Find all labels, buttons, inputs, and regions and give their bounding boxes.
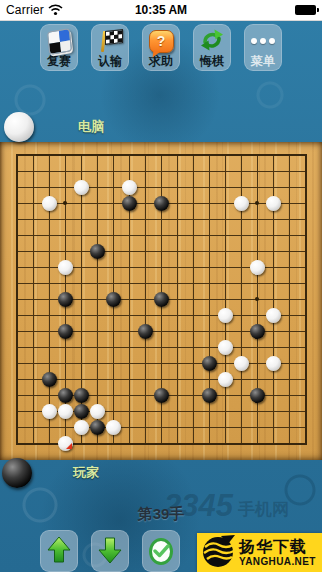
board-intersection[interactable] [297, 355, 313, 371]
board-intersection[interactable] [201, 403, 217, 419]
board-intersection[interactable] [249, 387, 265, 403]
board-intersection[interactable] [57, 243, 73, 259]
board-intersection[interactable] [233, 195, 249, 211]
board-intersection[interactable] [9, 355, 25, 371]
board-intersection[interactable] [265, 275, 281, 291]
board-intersection[interactable] [297, 195, 313, 211]
board-intersection[interactable] [233, 147, 249, 163]
board-intersection[interactable] [297, 291, 313, 307]
board-intersection[interactable] [217, 195, 233, 211]
board-intersection[interactable] [105, 291, 121, 307]
board-intersection[interactable] [185, 291, 201, 307]
board-intersection[interactable] [105, 339, 121, 355]
board-intersection[interactable] [169, 339, 185, 355]
board-intersection[interactable] [73, 435, 89, 451]
board-intersection[interactable] [41, 355, 57, 371]
board-intersection[interactable] [281, 227, 297, 243]
board-intersection[interactable] [73, 307, 89, 323]
board-intersection[interactable] [137, 419, 153, 435]
board-intersection[interactable] [137, 339, 153, 355]
board-intersection[interactable] [249, 339, 265, 355]
board-intersection[interactable] [201, 387, 217, 403]
board-intersection[interactable] [73, 243, 89, 259]
board-intersection[interactable] [25, 435, 41, 451]
board-intersection[interactable] [169, 147, 185, 163]
board-intersection[interactable] [297, 339, 313, 355]
board-intersection[interactable] [73, 195, 89, 211]
board-intersection[interactable] [25, 179, 41, 195]
board-intersection[interactable] [201, 355, 217, 371]
board-intersection[interactable] [169, 243, 185, 259]
board-intersection[interactable] [281, 403, 297, 419]
board-intersection[interactable] [137, 435, 153, 451]
board-intersection[interactable] [185, 163, 201, 179]
board-intersection[interactable] [201, 163, 217, 179]
board-intersection[interactable] [73, 355, 89, 371]
board-intersection[interactable] [249, 403, 265, 419]
board-intersection[interactable] [217, 339, 233, 355]
board-intersection[interactable] [201, 371, 217, 387]
board-intersection[interactable] [25, 323, 41, 339]
board-intersection[interactable] [153, 323, 169, 339]
board-intersection[interactable] [233, 259, 249, 275]
board-intersection[interactable] [249, 227, 265, 243]
board-intersection[interactable] [25, 163, 41, 179]
board-intersection[interactable] [169, 179, 185, 195]
board-intersection[interactable] [73, 387, 89, 403]
board-intersection[interactable] [9, 403, 25, 419]
board-intersection[interactable] [281, 387, 297, 403]
board-intersection[interactable] [41, 147, 57, 163]
board-intersection[interactable] [217, 275, 233, 291]
board-intersection[interactable] [137, 163, 153, 179]
board-intersection[interactable] [137, 403, 153, 419]
board-intersection[interactable] [89, 307, 105, 323]
board-intersection[interactable] [89, 419, 105, 435]
board-intersection[interactable] [25, 227, 41, 243]
board-intersection[interactable] [185, 179, 201, 195]
board-intersection[interactable] [185, 211, 201, 227]
board-intersection[interactable] [233, 243, 249, 259]
board-intersection[interactable] [297, 419, 313, 435]
board-intersection[interactable] [9, 387, 25, 403]
board-intersection[interactable] [121, 179, 137, 195]
board-intersection[interactable] [297, 243, 313, 259]
board-intersection[interactable] [41, 211, 57, 227]
board-intersection[interactable] [89, 259, 105, 275]
board-intersection[interactable] [153, 211, 169, 227]
board-intersection[interactable] [73, 259, 89, 275]
board-intersection[interactable] [9, 307, 25, 323]
board-intersection[interactable] [25, 291, 41, 307]
board-intersection[interactable] [89, 211, 105, 227]
board-intersection[interactable] [265, 403, 281, 419]
board-intersection[interactable] [297, 179, 313, 195]
board-intersection[interactable] [9, 323, 25, 339]
board-intersection[interactable] [9, 339, 25, 355]
board-intersection[interactable] [281, 339, 297, 355]
board-intersection[interactable] [57, 275, 73, 291]
board-intersection[interactable] [153, 179, 169, 195]
board-intersection[interactable] [89, 275, 105, 291]
board-intersection[interactable] [233, 403, 249, 419]
board-intersection[interactable] [249, 355, 265, 371]
board-intersection[interactable] [25, 147, 41, 163]
board-intersection[interactable] [169, 403, 185, 419]
board-intersection[interactable] [153, 419, 169, 435]
board-intersection[interactable] [137, 211, 153, 227]
board-intersection[interactable] [121, 259, 137, 275]
board-intersection[interactable] [249, 243, 265, 259]
board-intersection[interactable] [137, 387, 153, 403]
board-intersection[interactable] [297, 435, 313, 451]
board-intersection[interactable] [41, 323, 57, 339]
board-intersection[interactable] [169, 307, 185, 323]
board-intersection[interactable] [105, 371, 121, 387]
board-intersection[interactable] [233, 339, 249, 355]
board-intersection[interactable] [265, 323, 281, 339]
board-intersection[interactable] [265, 371, 281, 387]
board-intersection[interactable] [25, 355, 41, 371]
board-intersection[interactable] [89, 387, 105, 403]
board-intersection[interactable] [169, 419, 185, 435]
board-intersection[interactable] [265, 195, 281, 211]
board-intersection[interactable] [153, 259, 169, 275]
board-intersection[interactable] [233, 227, 249, 243]
board-intersection[interactable] [297, 147, 313, 163]
board-intersection[interactable] [73, 179, 89, 195]
board-intersection[interactable] [57, 339, 73, 355]
board-intersection[interactable] [249, 323, 265, 339]
board-intersection[interactable] [137, 243, 153, 259]
board-intersection[interactable] [201, 147, 217, 163]
board-intersection[interactable] [73, 403, 89, 419]
board-intersection[interactable] [105, 419, 121, 435]
board-intersection[interactable] [201, 179, 217, 195]
board-intersection[interactable] [281, 371, 297, 387]
board-intersection[interactable] [105, 195, 121, 211]
board-intersection[interactable] [41, 179, 57, 195]
board-intersection[interactable] [121, 371, 137, 387]
board-intersection[interactable] [281, 259, 297, 275]
board-intersection[interactable] [9, 147, 25, 163]
board-intersection[interactable] [217, 387, 233, 403]
board-intersection[interactable] [281, 211, 297, 227]
board-intersection[interactable] [57, 291, 73, 307]
board-intersection[interactable] [249, 147, 265, 163]
board-intersection[interactable] [201, 291, 217, 307]
board-intersection[interactable] [185, 259, 201, 275]
board-intersection[interactable] [233, 179, 249, 195]
board-intersection[interactable] [265, 147, 281, 163]
board-intersection[interactable] [169, 291, 185, 307]
board-intersection[interactable] [265, 307, 281, 323]
board-intersection[interactable] [41, 259, 57, 275]
board-intersection[interactable] [9, 259, 25, 275]
board-intersection[interactable] [185, 371, 201, 387]
board-intersection[interactable] [9, 179, 25, 195]
board-intersection[interactable] [281, 179, 297, 195]
board-intersection[interactable] [281, 419, 297, 435]
board-intersection[interactable] [153, 227, 169, 243]
board-intersection[interactable] [89, 243, 105, 259]
board-intersection[interactable] [265, 243, 281, 259]
board-intersection[interactable] [41, 387, 57, 403]
board-intersection[interactable] [281, 147, 297, 163]
board-intersection[interactable] [121, 355, 137, 371]
board-intersection[interactable] [217, 371, 233, 387]
board-intersection[interactable] [265, 387, 281, 403]
board-intersection[interactable] [73, 211, 89, 227]
board-intersection[interactable] [25, 339, 41, 355]
board-intersection[interactable] [121, 163, 137, 179]
board-intersection[interactable] [281, 323, 297, 339]
board-intersection[interactable] [201, 323, 217, 339]
board-intersection[interactable] [25, 403, 41, 419]
board-intersection[interactable] [73, 163, 89, 179]
board-intersection[interactable] [153, 339, 169, 355]
board-intersection[interactable] [249, 371, 265, 387]
board-intersection[interactable] [233, 163, 249, 179]
board-intersection[interactable] [25, 419, 41, 435]
board-intersection[interactable] [201, 419, 217, 435]
board-intersection[interactable] [9, 243, 25, 259]
board-intersection[interactable] [265, 227, 281, 243]
board-intersection[interactable] [73, 275, 89, 291]
board-intersection[interactable] [57, 307, 73, 323]
board-intersection[interactable] [57, 163, 73, 179]
board-intersection[interactable] [169, 227, 185, 243]
board-intersection[interactable] [121, 435, 137, 451]
board-intersection[interactable] [137, 355, 153, 371]
board-intersection[interactable] [185, 435, 201, 451]
board-intersection[interactable] [233, 307, 249, 323]
board-intersection[interactable] [9, 435, 25, 451]
previous-move-button[interactable] [40, 530, 78, 572]
board-intersection[interactable] [89, 435, 105, 451]
board-intersection[interactable] [57, 355, 73, 371]
board-intersection[interactable] [137, 227, 153, 243]
board-intersection[interactable] [217, 163, 233, 179]
board-intersection[interactable] [217, 243, 233, 259]
board-intersection[interactable] [297, 163, 313, 179]
next-move-button[interactable] [91, 530, 129, 572]
board-intersection[interactable] [281, 307, 297, 323]
board-intersection[interactable] [73, 371, 89, 387]
board-intersection[interactable] [169, 323, 185, 339]
board-intersection[interactable] [233, 371, 249, 387]
board-intersection[interactable] [249, 419, 265, 435]
board-intersection[interactable] [201, 227, 217, 243]
board-intersection[interactable] [153, 291, 169, 307]
board-intersection[interactable] [297, 387, 313, 403]
board-intersection[interactable] [185, 307, 201, 323]
board-intersection[interactable] [137, 307, 153, 323]
board-intersection[interactable] [105, 323, 121, 339]
board-intersection[interactable] [217, 179, 233, 195]
board-intersection[interactable] [297, 227, 313, 243]
board-intersection[interactable] [153, 275, 169, 291]
board-intersection[interactable] [121, 211, 137, 227]
toolbar-button-2[interactable]: 认输 [91, 24, 129, 71]
board-intersection[interactable] [57, 227, 73, 243]
board-intersection[interactable] [41, 419, 57, 435]
toolbar-button-1[interactable]: 复赛 [40, 24, 78, 71]
board-intersection[interactable] [25, 275, 41, 291]
board-intersection[interactable] [41, 243, 57, 259]
board-intersection[interactable] [57, 419, 73, 435]
board-intersection[interactable] [169, 387, 185, 403]
board-intersection[interactable] [89, 195, 105, 211]
board-intersection[interactable] [217, 355, 233, 371]
board-intersection[interactable] [41, 403, 57, 419]
board-intersection[interactable] [121, 195, 137, 211]
board-intersection[interactable] [249, 179, 265, 195]
board-intersection[interactable] [121, 307, 137, 323]
board-intersection[interactable] [297, 403, 313, 419]
board-intersection[interactable] [169, 259, 185, 275]
board-intersection[interactable] [9, 275, 25, 291]
board-intersection[interactable] [57, 195, 73, 211]
board-intersection[interactable] [249, 291, 265, 307]
board-intersection[interactable] [57, 211, 73, 227]
board-intersection[interactable] [249, 275, 265, 291]
board-intersection[interactable] [217, 307, 233, 323]
board-intersection[interactable] [121, 147, 137, 163]
board-intersection[interactable] [217, 419, 233, 435]
board-intersection[interactable] [121, 243, 137, 259]
board-intersection[interactable] [89, 227, 105, 243]
board-intersection[interactable] [105, 163, 121, 179]
board-intersection[interactable] [169, 355, 185, 371]
board-intersection[interactable] [89, 323, 105, 339]
board-intersection[interactable] [249, 195, 265, 211]
board-intersection[interactable] [105, 211, 121, 227]
board-intersection[interactable] [297, 323, 313, 339]
board-intersection[interactable] [105, 355, 121, 371]
board-intersection[interactable] [185, 419, 201, 435]
board-intersection[interactable] [41, 227, 57, 243]
board-intersection[interactable] [41, 275, 57, 291]
toolbar-button-4[interactable]: 悔棋 [193, 24, 231, 71]
board-intersection[interactable] [121, 419, 137, 435]
board-intersection[interactable] [201, 435, 217, 451]
board-intersection[interactable] [217, 211, 233, 227]
board-intersection[interactable] [41, 163, 57, 179]
board-intersection[interactable] [57, 259, 73, 275]
board-intersection[interactable] [281, 275, 297, 291]
board-intersection[interactable] [281, 243, 297, 259]
board-intersection[interactable] [153, 355, 169, 371]
board-intersection[interactable] [121, 227, 137, 243]
board-intersection[interactable] [41, 291, 57, 307]
board-intersection[interactable] [185, 243, 201, 259]
board-intersection[interactable] [41, 307, 57, 323]
board-intersection[interactable] [249, 307, 265, 323]
board-intersection[interactable] [233, 211, 249, 227]
board-intersection[interactable] [217, 227, 233, 243]
board-intersection[interactable] [169, 211, 185, 227]
board-intersection[interactable] [89, 403, 105, 419]
board-intersection[interactable] [169, 371, 185, 387]
board-intersection[interactable] [73, 227, 89, 243]
board-intersection[interactable] [217, 259, 233, 275]
board-intersection[interactable] [153, 435, 169, 451]
board-intersection[interactable] [265, 163, 281, 179]
board-intersection[interactable] [41, 371, 57, 387]
board-intersection[interactable] [121, 275, 137, 291]
board-intersection[interactable] [25, 307, 41, 323]
board-intersection[interactable] [121, 339, 137, 355]
board-intersection[interactable] [153, 195, 169, 211]
board-intersection[interactable] [249, 211, 265, 227]
board-intersection[interactable] [201, 275, 217, 291]
board-intersection[interactable] [217, 291, 233, 307]
board-intersection[interactable] [233, 355, 249, 371]
board-intersection[interactable] [169, 163, 185, 179]
board-intersection[interactable] [153, 163, 169, 179]
board-intersection[interactable] [73, 419, 89, 435]
board-intersection[interactable] [185, 195, 201, 211]
board-intersection[interactable] [185, 387, 201, 403]
board-intersection[interactable] [105, 387, 121, 403]
board-intersection[interactable] [89, 371, 105, 387]
confirm-button[interactable] [142, 530, 180, 572]
board-intersection[interactable] [105, 147, 121, 163]
board-intersection[interactable] [201, 243, 217, 259]
board-intersection[interactable] [265, 419, 281, 435]
board-intersection[interactable] [201, 307, 217, 323]
board-intersection[interactable] [137, 371, 153, 387]
board-intersection[interactable] [41, 435, 57, 451]
board-intersection[interactable] [137, 291, 153, 307]
board-intersection[interactable] [73, 339, 89, 355]
board-intersection[interactable] [25, 259, 41, 275]
board-intersection[interactable] [73, 291, 89, 307]
board-intersection[interactable] [25, 243, 41, 259]
board-intersection[interactable] [297, 211, 313, 227]
board-intersection[interactable] [265, 355, 281, 371]
board-intersection[interactable] [281, 195, 297, 211]
board-intersection[interactable] [265, 291, 281, 307]
board-intersection[interactable] [185, 147, 201, 163]
board-intersection[interactable] [169, 435, 185, 451]
board-intersection[interactable] [233, 435, 249, 451]
board-intersection[interactable] [265, 435, 281, 451]
board-intersection[interactable] [281, 355, 297, 371]
board-intersection[interactable] [249, 163, 265, 179]
board-intersection[interactable] [185, 355, 201, 371]
board-intersection[interactable] [41, 195, 57, 211]
board-intersection[interactable] [297, 275, 313, 291]
board-intersection[interactable] [297, 307, 313, 323]
board-intersection[interactable] [25, 195, 41, 211]
board-intersection[interactable] [57, 179, 73, 195]
board-intersection[interactable] [265, 339, 281, 355]
board-intersection[interactable] [57, 371, 73, 387]
board-intersection[interactable] [25, 211, 41, 227]
board-intersection[interactable] [249, 259, 265, 275]
board-intersection[interactable] [297, 259, 313, 275]
board-intersection[interactable] [137, 275, 153, 291]
board-intersection[interactable] [185, 403, 201, 419]
board-intersection[interactable] [217, 147, 233, 163]
board-intersection[interactable] [121, 323, 137, 339]
board-intersection[interactable] [233, 419, 249, 435]
board-intersection[interactable] [9, 291, 25, 307]
board-intersection[interactable] [217, 435, 233, 451]
board-intersection[interactable] [41, 339, 57, 355]
